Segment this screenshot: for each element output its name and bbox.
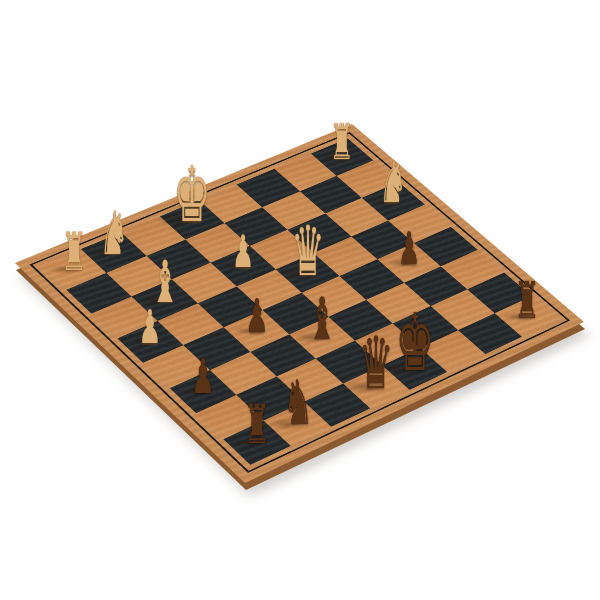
- chess-set-photo: ♜♞♜♟♛♚♚♟♝♛♟♞♝♞♜♟♟♜: [0, 0, 600, 600]
- board-squares: [41, 138, 559, 464]
- chess-board: [15, 124, 584, 483]
